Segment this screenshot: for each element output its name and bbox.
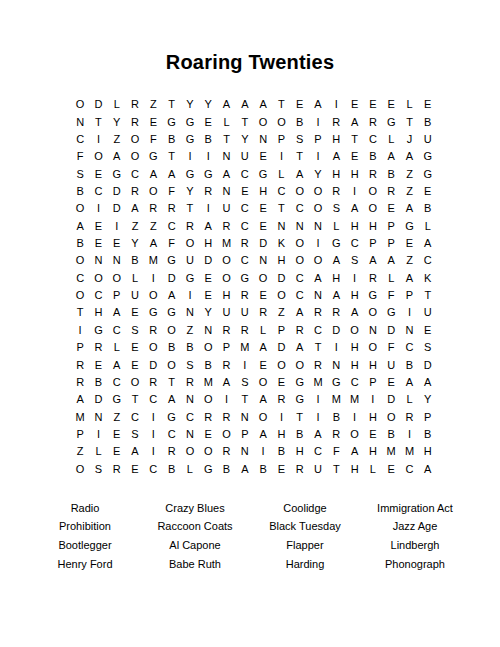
grid-cell[interactable]: H: [345, 461, 363, 478]
grid-cell[interactable]: R: [71, 374, 89, 391]
grid-cell[interactable]: R: [162, 443, 180, 460]
grid-cell[interactable]: G: [162, 252, 180, 269]
grid-cell[interactable]: C: [108, 322, 126, 339]
grid-cell[interactable]: R: [217, 408, 235, 425]
grid-cell[interactable]: I: [309, 408, 327, 425]
grid-cell[interactable]: S: [126, 426, 144, 443]
grid-cell[interactable]: T: [419, 287, 437, 304]
grid-cell[interactable]: D: [419, 356, 437, 373]
grid-cell[interactable]: H: [345, 287, 363, 304]
grid-cell[interactable]: P: [236, 426, 254, 443]
grid-cell[interactable]: H: [345, 218, 363, 235]
grid-cell[interactable]: A: [327, 287, 345, 304]
grid-cell[interactable]: L: [272, 165, 290, 182]
grid-cell[interactable]: A: [400, 148, 418, 165]
grid-cell[interactable]: O: [126, 131, 144, 148]
grid-cell[interactable]: O: [272, 113, 290, 130]
grid-cell[interactable]: L: [254, 322, 272, 339]
grid-cell[interactable]: A: [400, 200, 418, 217]
grid-cell[interactable]: R: [144, 374, 162, 391]
grid-cell[interactable]: A: [108, 304, 126, 321]
grid-cell[interactable]: T: [291, 408, 309, 425]
grid-cell[interactable]: T: [89, 113, 107, 130]
grid-cell[interactable]: E: [254, 200, 272, 217]
grid-cell[interactable]: A: [327, 252, 345, 269]
grid-cell[interactable]: D: [272, 270, 290, 287]
grid-cell[interactable]: L: [181, 461, 199, 478]
grid-cell[interactable]: D: [162, 270, 180, 287]
grid-cell[interactable]: A: [309, 270, 327, 287]
grid-cell[interactable]: Z: [400, 183, 418, 200]
grid-cell[interactable]: H: [217, 287, 235, 304]
grid-cell[interactable]: O: [89, 148, 107, 165]
grid-cell[interactable]: C: [108, 374, 126, 391]
grid-cell[interactable]: E: [199, 113, 217, 130]
grid-cell[interactable]: O: [217, 252, 235, 269]
grid-cell[interactable]: R: [236, 322, 254, 339]
grid-cell[interactable]: A: [126, 200, 144, 217]
grid-cell[interactable]: E: [108, 443, 126, 460]
grid-cell[interactable]: O: [126, 374, 144, 391]
grid-cell[interactable]: E: [400, 235, 418, 252]
grid-cell[interactable]: T: [71, 304, 89, 321]
grid-cell[interactable]: F: [144, 131, 162, 148]
grid-cell[interactable]: R: [327, 304, 345, 321]
grid-cell[interactable]: R: [400, 408, 418, 425]
grid-cell[interactable]: I: [309, 391, 327, 408]
grid-cell[interactable]: R: [108, 461, 126, 478]
grid-cell[interactable]: N: [181, 426, 199, 443]
grid-cell[interactable]: L: [364, 461, 382, 478]
grid-cell[interactable]: H: [364, 443, 382, 460]
grid-cell[interactable]: O: [71, 287, 89, 304]
grid-cell[interactable]: R: [327, 113, 345, 130]
grid-cell[interactable]: A: [236, 461, 254, 478]
grid-cell[interactable]: R: [126, 183, 144, 200]
grid-cell[interactable]: E: [126, 356, 144, 373]
grid-cell[interactable]: H: [327, 165, 345, 182]
grid-cell[interactable]: N: [272, 218, 290, 235]
grid-cell[interactable]: M: [382, 443, 400, 460]
grid-cell[interactable]: O: [71, 200, 89, 217]
grid-cell[interactable]: A: [364, 252, 382, 269]
grid-cell[interactable]: C: [181, 408, 199, 425]
grid-cell[interactable]: O: [309, 252, 327, 269]
grid-cell[interactable]: O: [254, 374, 272, 391]
grid-cell[interactable]: P: [272, 322, 290, 339]
grid-cell[interactable]: R: [364, 113, 382, 130]
grid-cell[interactable]: E: [199, 426, 217, 443]
grid-cell[interactable]: C: [291, 200, 309, 217]
grid-cell[interactable]: T: [162, 96, 180, 113]
grid-cell[interactable]: H: [272, 426, 290, 443]
grid-cell[interactable]: R: [217, 322, 235, 339]
grid-cell[interactable]: A: [71, 218, 89, 235]
grid-cell[interactable]: E: [89, 218, 107, 235]
grid-cell[interactable]: C: [400, 339, 418, 356]
grid-cell[interactable]: U: [236, 304, 254, 321]
grid-cell[interactable]: T: [327, 461, 345, 478]
grid-cell[interactable]: D: [144, 356, 162, 373]
grid-cell[interactable]: S: [419, 339, 437, 356]
grid-cell[interactable]: P: [400, 287, 418, 304]
grid-cell[interactable]: E: [89, 356, 107, 373]
grid-cell[interactable]: C: [272, 183, 290, 200]
grid-cell[interactable]: R: [364, 270, 382, 287]
grid-cell[interactable]: A: [108, 148, 126, 165]
grid-cell[interactable]: C: [162, 426, 180, 443]
grid-cell[interactable]: B: [419, 113, 437, 130]
grid-cell[interactable]: G: [254, 165, 272, 182]
grid-cell[interactable]: A: [71, 391, 89, 408]
grid-cell[interactable]: E: [382, 200, 400, 217]
grid-cell[interactable]: E: [364, 96, 382, 113]
grid-cell[interactable]: G: [364, 287, 382, 304]
grid-cell[interactable]: U: [309, 461, 327, 478]
grid-cell[interactable]: I: [144, 443, 162, 460]
grid-cell[interactable]: Y: [181, 183, 199, 200]
grid-cell[interactable]: O: [291, 252, 309, 269]
grid-cell[interactable]: P: [272, 131, 290, 148]
grid-cell[interactable]: T: [345, 131, 363, 148]
grid-cell[interactable]: B: [199, 131, 217, 148]
grid-cell[interactable]: O: [254, 408, 272, 425]
grid-cell[interactable]: E: [254, 218, 272, 235]
grid-cell[interactable]: A: [217, 165, 235, 182]
grid-cell[interactable]: O: [345, 322, 363, 339]
grid-cell[interactable]: I: [89, 426, 107, 443]
grid-cell[interactable]: T: [272, 96, 290, 113]
grid-cell[interactable]: T: [309, 339, 327, 356]
grid-cell[interactable]: A: [254, 339, 272, 356]
grid-cell[interactable]: O: [217, 270, 235, 287]
grid-cell[interactable]: A: [236, 96, 254, 113]
grid-cell[interactable]: T: [162, 374, 180, 391]
grid-cell[interactable]: T: [236, 391, 254, 408]
grid-cell[interactable]: H: [291, 443, 309, 460]
grid-cell[interactable]: H: [89, 304, 107, 321]
grid-cell[interactable]: N: [254, 131, 272, 148]
grid-cell[interactable]: I: [327, 339, 345, 356]
grid-cell[interactable]: G: [419, 148, 437, 165]
grid-cell[interactable]: N: [108, 252, 126, 269]
grid-cell[interactable]: B: [199, 356, 217, 373]
grid-cell[interactable]: R: [126, 113, 144, 130]
grid-cell[interactable]: D: [327, 322, 345, 339]
grid-cell[interactable]: M: [345, 391, 363, 408]
grid-cell[interactable]: R: [272, 391, 290, 408]
grid-cell[interactable]: E: [126, 461, 144, 478]
grid-cell[interactable]: E: [199, 287, 217, 304]
grid-cell[interactable]: C: [236, 252, 254, 269]
grid-cell[interactable]: R: [144, 200, 162, 217]
grid-cell[interactable]: T: [291, 148, 309, 165]
grid-cell[interactable]: O: [217, 426, 235, 443]
grid-cell[interactable]: A: [419, 374, 437, 391]
grid-cell[interactable]: B: [419, 200, 437, 217]
grid-cell[interactable]: T: [400, 113, 418, 130]
grid-cell[interactable]: E: [345, 96, 363, 113]
grid-cell[interactable]: I: [144, 270, 162, 287]
grid-cell[interactable]: C: [89, 287, 107, 304]
grid-cell[interactable]: R: [71, 356, 89, 373]
grid-cell[interactable]: A: [254, 426, 272, 443]
grid-cell[interactable]: F: [382, 287, 400, 304]
grid-cell[interactable]: O: [108, 270, 126, 287]
grid-cell[interactable]: M: [199, 374, 217, 391]
grid-cell[interactable]: A: [345, 200, 363, 217]
grid-cell[interactable]: I: [309, 235, 327, 252]
grid-cell[interactable]: A: [126, 443, 144, 460]
grid-cell[interactable]: G: [162, 408, 180, 425]
grid-cell[interactable]: E: [272, 374, 290, 391]
grid-cell[interactable]: G: [327, 374, 345, 391]
grid-cell[interactable]: E: [108, 235, 126, 252]
grid-cell[interactable]: S: [345, 252, 363, 269]
grid-cell[interactable]: F: [382, 339, 400, 356]
grid-cell[interactable]: E: [254, 148, 272, 165]
grid-cell[interactable]: I: [181, 287, 199, 304]
grid-cell[interactable]: E: [382, 96, 400, 113]
grid-cell[interactable]: O: [272, 356, 290, 373]
grid-cell[interactable]: A: [400, 374, 418, 391]
grid-cell[interactable]: U: [181, 252, 199, 269]
grid-cell[interactable]: B: [162, 339, 180, 356]
grid-cell[interactable]: N: [254, 252, 272, 269]
grid-cell[interactable]: N: [217, 183, 235, 200]
grid-cell[interactable]: G: [291, 374, 309, 391]
grid-cell[interactable]: I: [272, 148, 290, 165]
grid-cell[interactable]: O: [291, 356, 309, 373]
grid-cell[interactable]: L: [400, 391, 418, 408]
grid-cell[interactable]: I: [108, 218, 126, 235]
grid-cell[interactable]: B: [400, 356, 418, 373]
grid-cell[interactable]: U: [419, 304, 437, 321]
grid-cell[interactable]: A: [345, 304, 363, 321]
grid-cell[interactable]: H: [345, 165, 363, 182]
grid-cell[interactable]: H: [364, 218, 382, 235]
grid-cell[interactable]: C: [144, 461, 162, 478]
grid-cell[interactable]: L: [89, 443, 107, 460]
grid-cell[interactable]: D: [89, 96, 107, 113]
grid-cell[interactable]: P: [71, 426, 89, 443]
grid-cell[interactable]: G: [144, 148, 162, 165]
grid-cell[interactable]: T: [181, 200, 199, 217]
grid-cell[interactable]: B: [272, 443, 290, 460]
grid-cell[interactable]: I: [400, 426, 418, 443]
grid-cell[interactable]: A: [162, 165, 180, 182]
grid-cell[interactable]: O: [254, 270, 272, 287]
grid-cell[interactable]: E: [254, 356, 272, 373]
grid-cell[interactable]: D: [108, 200, 126, 217]
grid-cell[interactable]: H: [364, 408, 382, 425]
grid-cell[interactable]: O: [181, 443, 199, 460]
grid-cell[interactable]: H: [345, 356, 363, 373]
grid-cell[interactable]: A: [217, 374, 235, 391]
grid-cell[interactable]: A: [309, 426, 327, 443]
grid-cell[interactable]: N: [71, 113, 89, 130]
grid-cell[interactable]: G: [291, 391, 309, 408]
grid-cell[interactable]: P: [364, 374, 382, 391]
grid-cell[interactable]: T: [217, 131, 235, 148]
grid-cell[interactable]: D: [254, 235, 272, 252]
grid-cell[interactable]: R: [236, 287, 254, 304]
grid-cell[interactable]: B: [162, 461, 180, 478]
grid-cell[interactable]: Z: [400, 252, 418, 269]
grid-cell[interactable]: U: [419, 131, 437, 148]
grid-cell[interactable]: R: [309, 304, 327, 321]
grid-cell[interactable]: B: [71, 183, 89, 200]
grid-cell[interactable]: J: [400, 131, 418, 148]
grid-cell[interactable]: A: [309, 96, 327, 113]
grid-cell[interactable]: C: [291, 270, 309, 287]
grid-cell[interactable]: I: [144, 426, 162, 443]
grid-cell[interactable]: C: [236, 165, 254, 182]
grid-cell[interactable]: S: [181, 356, 199, 373]
grid-cell[interactable]: R: [382, 183, 400, 200]
grid-cell[interactable]: B: [382, 165, 400, 182]
grid-cell[interactable]: O: [364, 304, 382, 321]
grid-cell[interactable]: R: [364, 165, 382, 182]
grid-cell[interactable]: E: [108, 426, 126, 443]
grid-cell[interactable]: G: [144, 304, 162, 321]
grid-cell[interactable]: I: [345, 270, 363, 287]
grid-cell[interactable]: O: [364, 339, 382, 356]
grid-cell[interactable]: Y: [419, 391, 437, 408]
grid-cell[interactable]: G: [400, 218, 418, 235]
grid-cell[interactable]: D: [272, 339, 290, 356]
grid-cell[interactable]: N: [199, 322, 217, 339]
grid-cell[interactable]: H: [254, 183, 272, 200]
grid-cell[interactable]: I: [309, 148, 327, 165]
grid-cell[interactable]: O: [126, 148, 144, 165]
grid-cell[interactable]: O: [71, 252, 89, 269]
grid-cell[interactable]: N: [89, 252, 107, 269]
grid-cell[interactable]: C: [309, 443, 327, 460]
grid-cell[interactable]: C: [162, 218, 180, 235]
grid-cell[interactable]: Z: [144, 96, 162, 113]
grid-cell[interactable]: O: [345, 426, 363, 443]
grid-cell[interactable]: B: [71, 235, 89, 252]
grid-cell[interactable]: R: [162, 200, 180, 217]
grid-cell[interactable]: F: [71, 148, 89, 165]
grid-cell[interactable]: L: [217, 113, 235, 130]
grid-cell[interactable]: A: [291, 165, 309, 182]
grid-cell[interactable]: C: [126, 408, 144, 425]
grid-cell[interactable]: A: [291, 339, 309, 356]
grid-cell[interactable]: G: [181, 113, 199, 130]
grid-cell[interactable]: R: [181, 218, 199, 235]
grid-cell[interactable]: B: [291, 113, 309, 130]
grid-cell[interactable]: M: [71, 408, 89, 425]
grid-cell[interactable]: P: [309, 131, 327, 148]
grid-cell[interactable]: R: [254, 304, 272, 321]
grid-cell[interactable]: Y: [126, 235, 144, 252]
grid-cell[interactable]: N: [181, 304, 199, 321]
grid-cell[interactable]: C: [419, 252, 437, 269]
grid-cell[interactable]: G: [162, 113, 180, 130]
grid-cell[interactable]: C: [345, 374, 363, 391]
grid-cell[interactable]: A: [291, 304, 309, 321]
grid-cell[interactable]: G: [181, 131, 199, 148]
grid-cell[interactable]: I: [71, 322, 89, 339]
grid-cell[interactable]: A: [162, 391, 180, 408]
grid-cell[interactable]: Y: [181, 96, 199, 113]
grid-cell[interactable]: D: [382, 391, 400, 408]
grid-cell[interactable]: P: [382, 218, 400, 235]
grid-cell[interactable]: I: [364, 391, 382, 408]
grid-cell[interactable]: B: [364, 148, 382, 165]
grid-cell[interactable]: H: [419, 443, 437, 460]
grid-cell[interactable]: S: [71, 165, 89, 182]
grid-cell[interactable]: O: [199, 339, 217, 356]
grid-cell[interactable]: N: [309, 218, 327, 235]
grid-cell[interactable]: D: [382, 322, 400, 339]
grid-cell[interactable]: A: [144, 165, 162, 182]
grid-cell[interactable]: C: [236, 200, 254, 217]
grid-cell[interactable]: Y: [309, 165, 327, 182]
grid-cell[interactable]: O: [162, 322, 180, 339]
grid-cell[interactable]: Z: [108, 131, 126, 148]
grid-cell[interactable]: A: [382, 148, 400, 165]
grid-cell[interactable]: C: [71, 131, 89, 148]
grid-cell[interactable]: R: [236, 235, 254, 252]
grid-cell[interactable]: H: [199, 235, 217, 252]
grid-cell[interactable]: E: [419, 183, 437, 200]
grid-cell[interactable]: P: [364, 235, 382, 252]
grid-cell[interactable]: P: [108, 287, 126, 304]
grid-cell[interactable]: K: [272, 235, 290, 252]
grid-cell[interactable]: Z: [144, 218, 162, 235]
grid-cell[interactable]: N: [236, 443, 254, 460]
grid-cell[interactable]: I: [89, 131, 107, 148]
grid-cell[interactable]: O: [364, 183, 382, 200]
grid-cell[interactable]: R: [327, 426, 345, 443]
grid-cell[interactable]: A: [162, 287, 180, 304]
grid-cell[interactable]: F: [162, 235, 180, 252]
grid-cell[interactable]: A: [400, 270, 418, 287]
grid-cell[interactable]: O: [199, 391, 217, 408]
grid-cell[interactable]: M: [144, 252, 162, 269]
grid-cell[interactable]: U: [236, 148, 254, 165]
grid-cell[interactable]: I: [327, 96, 345, 113]
grid-cell[interactable]: O: [181, 235, 199, 252]
grid-cell[interactable]: E: [236, 183, 254, 200]
grid-cell[interactable]: N: [309, 287, 327, 304]
grid-cell[interactable]: I: [400, 304, 418, 321]
grid-cell[interactable]: O: [364, 200, 382, 217]
grid-cell[interactable]: Z: [126, 218, 144, 235]
grid-cell[interactable]: E: [272, 461, 290, 478]
grid-cell[interactable]: Y: [199, 304, 217, 321]
grid-cell[interactable]: A: [345, 443, 363, 460]
grid-cell[interactable]: K: [419, 270, 437, 287]
grid-cell[interactable]: B: [419, 426, 437, 443]
grid-cell[interactable]: T: [272, 200, 290, 217]
grid-cell[interactable]: R: [199, 408, 217, 425]
grid-cell[interactable]: N: [291, 218, 309, 235]
grid-cell[interactable]: B: [327, 408, 345, 425]
grid-cell[interactable]: L: [327, 218, 345, 235]
grid-cell[interactable]: M: [236, 339, 254, 356]
grid-cell[interactable]: R: [217, 356, 235, 373]
grid-cell[interactable]: A: [419, 461, 437, 478]
grid-cell[interactable]: G: [382, 304, 400, 321]
grid-cell[interactable]: T: [162, 148, 180, 165]
grid-cell[interactable]: L: [382, 270, 400, 287]
grid-cell[interactable]: C: [345, 235, 363, 252]
grid-cell[interactable]: I: [254, 443, 272, 460]
